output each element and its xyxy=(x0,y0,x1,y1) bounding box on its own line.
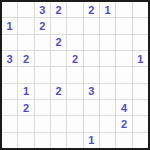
empty-cell-r3c1[interactable] xyxy=(2,35,17,50)
empty-cell-r8c5[interactable] xyxy=(67,116,82,131)
empty-cell-r5c7[interactable] xyxy=(100,67,115,82)
empty-cell-r4c7[interactable] xyxy=(100,51,115,66)
empty-cell-r3c8[interactable] xyxy=(116,35,131,50)
empty-cell-r3c2[interactable] xyxy=(18,35,33,50)
clue-cell-r1c4: 2 xyxy=(51,2,66,17)
empty-cell-r2c9[interactable] xyxy=(133,18,148,33)
empty-cell-r3c5[interactable] xyxy=(67,35,82,50)
clue-cell-r2c1: 1 xyxy=(2,18,17,33)
empty-cell-r6c5[interactable] xyxy=(67,84,82,99)
empty-cell-r8c7[interactable] xyxy=(100,116,115,131)
empty-cell-r4c4[interactable] xyxy=(51,51,66,66)
clue-cell-r1c7: 1 xyxy=(100,2,115,17)
empty-cell-r5c4[interactable] xyxy=(51,67,66,82)
empty-cell-r5c6[interactable] xyxy=(84,67,99,82)
empty-cell-r3c7[interactable] xyxy=(100,35,115,50)
clue-cell-r7c2: 2 xyxy=(18,100,33,115)
empty-cell-r8c6[interactable] xyxy=(84,116,99,131)
clue-cell-r9c6: 1 xyxy=(84,133,99,148)
empty-cell-r9c3[interactable] xyxy=(35,133,50,148)
empty-cell-r3c3[interactable] xyxy=(35,35,50,50)
empty-cell-r6c8[interactable] xyxy=(116,84,131,99)
empty-cell-r1c8[interactable] xyxy=(116,2,131,17)
empty-cell-r9c8[interactable] xyxy=(116,133,131,148)
empty-cell-r9c7[interactable] xyxy=(100,133,115,148)
clue-cell-r4c5: 2 xyxy=(67,51,82,66)
clue-cell-r3c4: 2 xyxy=(51,35,66,50)
clue-cell-r7c8: 4 xyxy=(116,100,131,115)
clue-cell-r8c8: 2 xyxy=(116,116,131,131)
empty-cell-r2c7[interactable] xyxy=(100,18,115,33)
empty-cell-r6c7[interactable] xyxy=(100,84,115,99)
empty-cell-r2c5[interactable] xyxy=(67,18,82,33)
minesweeper-board: 322112232211232421 xyxy=(0,0,150,150)
empty-cell-r9c1[interactable] xyxy=(2,133,17,148)
empty-cell-r9c9[interactable] xyxy=(133,133,148,148)
empty-cell-r9c5[interactable] xyxy=(67,133,82,148)
empty-cell-r6c3[interactable] xyxy=(35,84,50,99)
empty-cell-r2c8[interactable] xyxy=(116,18,131,33)
empty-cell-r1c5[interactable] xyxy=(67,2,82,17)
empty-cell-r5c5[interactable] xyxy=(67,67,82,82)
empty-cell-r9c2[interactable] xyxy=(18,133,33,148)
empty-cell-r5c1[interactable] xyxy=(2,67,17,82)
empty-cell-r3c9[interactable] xyxy=(133,35,148,50)
empty-cell-r7c1[interactable] xyxy=(2,100,17,115)
empty-cell-r3c6[interactable] xyxy=(84,35,99,50)
empty-cell-r5c8[interactable] xyxy=(116,67,131,82)
empty-cell-r7c4[interactable] xyxy=(51,100,66,115)
empty-cell-r7c6[interactable] xyxy=(84,100,99,115)
empty-cell-r8c4[interactable] xyxy=(51,116,66,131)
empty-cell-r4c8[interactable] xyxy=(116,51,131,66)
clue-cell-r6c2: 1 xyxy=(18,84,33,99)
clue-cell-r2c3: 2 xyxy=(35,18,50,33)
empty-cell-r2c6[interactable] xyxy=(84,18,99,33)
clue-cell-r4c2: 2 xyxy=(18,51,33,66)
empty-cell-r8c1[interactable] xyxy=(2,116,17,131)
empty-cell-r2c4[interactable] xyxy=(51,18,66,33)
empty-cell-r6c9[interactable] xyxy=(133,84,148,99)
clue-cell-r1c6: 2 xyxy=(84,2,99,17)
empty-cell-r5c3[interactable] xyxy=(35,67,50,82)
empty-cell-r7c3[interactable] xyxy=(35,100,50,115)
empty-cell-r1c1[interactable] xyxy=(2,2,17,17)
clue-cell-r6c6: 3 xyxy=(84,84,99,99)
empty-cell-r7c5[interactable] xyxy=(67,100,82,115)
empty-cell-r4c6[interactable] xyxy=(84,51,99,66)
empty-cell-r1c2[interactable] xyxy=(18,2,33,17)
empty-cell-r4c3[interactable] xyxy=(35,51,50,66)
clue-cell-r4c9: 1 xyxy=(133,51,148,66)
empty-cell-r9c4[interactable] xyxy=(51,133,66,148)
empty-cell-r2c2[interactable] xyxy=(18,18,33,33)
empty-cell-r5c2[interactable] xyxy=(18,67,33,82)
empty-cell-r8c3[interactable] xyxy=(35,116,50,131)
empty-cell-r8c9[interactable] xyxy=(133,116,148,131)
empty-cell-r7c7[interactable] xyxy=(100,100,115,115)
empty-cell-r6c1[interactable] xyxy=(2,84,17,99)
empty-cell-r5c9[interactable] xyxy=(133,67,148,82)
clue-cell-r1c3: 3 xyxy=(35,2,50,17)
clue-cell-r4c1: 3 xyxy=(2,51,17,66)
empty-cell-r8c2[interactable] xyxy=(18,116,33,131)
clue-cell-r6c4: 2 xyxy=(51,84,66,99)
empty-cell-r7c9[interactable] xyxy=(133,100,148,115)
empty-cell-r1c9[interactable] xyxy=(133,2,148,17)
